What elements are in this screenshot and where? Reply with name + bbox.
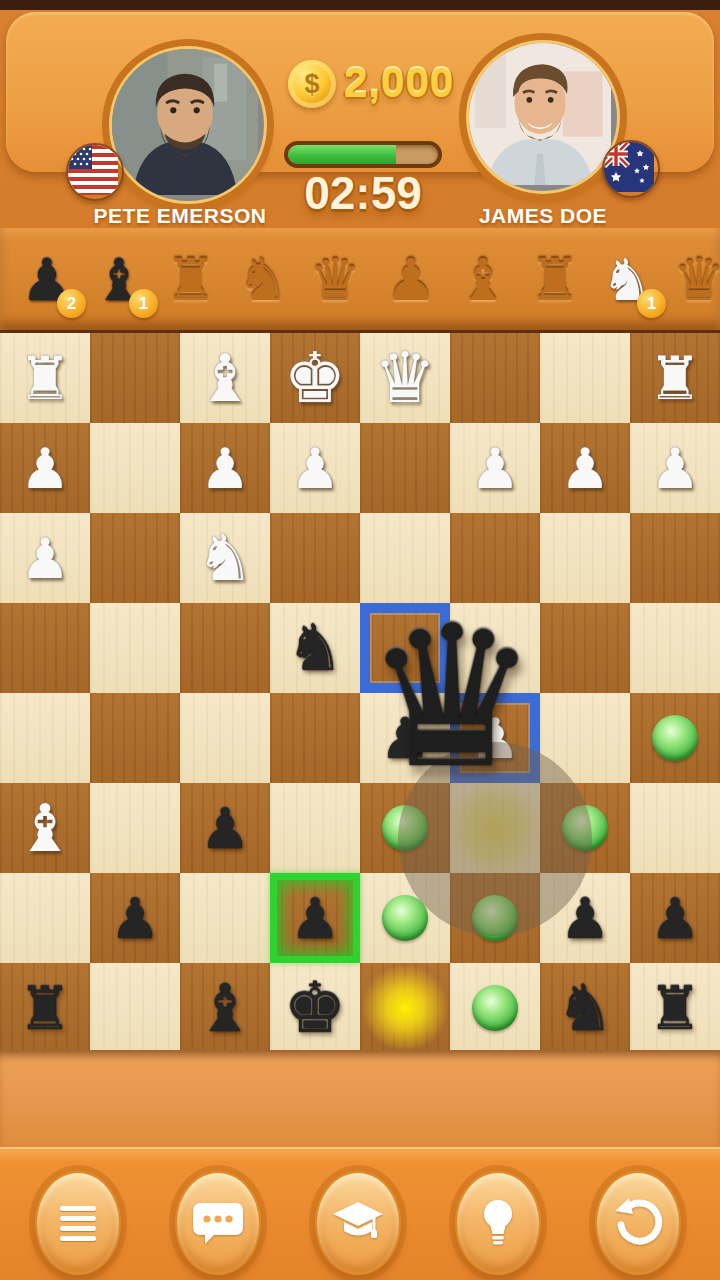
square-e6[interactable] [270,783,360,873]
right-captured-P: ♟ [380,236,442,320]
chat-button[interactable] [175,1171,261,1275]
left-avatar-photo [112,49,258,195]
square-g8[interactable] [90,963,180,1053]
square-b3[interactable] [540,513,630,603]
right-player-avatar[interactable] [466,40,620,194]
dragged-black-queen[interactable]: ♛ [365,600,540,795]
captured-count-badge: 2 [57,289,86,318]
square-a6[interactable] [630,783,720,873]
square-a4[interactable] [630,603,720,693]
square-f7[interactable] [180,873,270,963]
drag-origin-glow-d8 [360,963,450,1053]
square-g5[interactable] [90,693,180,783]
right-captured-group: ♟♝♜♞1♛ [380,236,720,320]
square-b4[interactable] [540,603,630,693]
black-knight-e4[interactable]: ♞ [270,603,360,693]
square-h7[interactable] [0,873,90,963]
left-captured-group: ♟2♝1♜♞♛ [16,236,366,320]
green-highlight-e7 [270,873,360,963]
right-captured-Q: ♛ [668,236,720,320]
square-g1[interactable] [90,333,180,423]
square-a3[interactable] [630,513,720,603]
coin-amount: 2,000 [344,58,454,108]
right-avatar-photo [469,43,611,185]
right-captured-R: ♜ [524,236,586,320]
australia-flag-icon [602,140,660,198]
black-bishop-f8[interactable]: ♝ [180,963,270,1053]
left-player-name: PETE EMERSON [30,204,330,228]
lightbulb-icon [478,1197,518,1249]
hint-button[interactable] [455,1171,541,1275]
white-pawn-h2[interactable]: ♟ [0,423,90,513]
chess-board[interactable]: ♜♝♚♛♜♟♟♟♟♟♟♟♞♟♝♞♟♟♟♟♟♟♜♞♚♝♜♛ [0,330,720,1053]
right-captured-N: ♞1 [596,236,658,320]
us-flag-icon [66,143,124,201]
captured-count-badge: 1 [637,289,666,318]
black-rook-h8[interactable]: ♜ [0,963,90,1053]
white-rook-a1[interactable]: ♜ [630,333,720,423]
graduation-cap-icon [331,1200,385,1246]
status-bar-strip [0,0,720,10]
white-pawn-b2[interactable]: ♟ [540,423,630,513]
square-g3[interactable] [90,513,180,603]
left-captured-N: ♞ [232,236,294,320]
chess-app: $ 2,000 02:59 PETE EMERSON JAMES DOE ♟2♝… [0,0,720,1280]
match-header: $ 2,000 02:59 PETE EMERSON JAMES DOE [0,10,720,228]
black-pawn-a7[interactable]: ♟ [630,873,720,963]
learn-button[interactable] [315,1171,401,1275]
timer-progress-fill [288,145,396,164]
white-queen-d1[interactable]: ♛ [360,333,450,423]
white-bishop-f1[interactable]: ♝ [180,333,270,423]
left-captured-P: ♟2 [16,236,78,320]
left-captured-Q: ♛ [304,236,366,320]
square-g4[interactable] [90,603,180,693]
right-captured-B: ♝ [452,236,514,320]
white-knight-f3[interactable]: ♞ [180,513,270,603]
white-pawn-h3[interactable]: ♟ [0,513,90,603]
black-pawn-g7[interactable]: ♟ [90,873,180,963]
captured-count-badge: 1 [129,289,158,318]
timer-progress-bar [284,141,442,168]
black-king-e8[interactable]: ♚ [270,963,360,1053]
captured-pieces-tray: ♟2♝1♜♞♛ ♟♝♜♞1♛ [0,228,720,330]
legal-move-dot-c8[interactable] [472,985,518,1031]
square-f4[interactable] [180,603,270,693]
white-pawn-c2[interactable]: ♟ [450,423,540,513]
square-f5[interactable] [180,693,270,783]
white-pawn-e2[interactable]: ♟ [270,423,360,513]
square-e3[interactable] [270,513,360,603]
black-rook-a8[interactable]: ♜ [630,963,720,1053]
menu-button[interactable] [35,1171,121,1275]
undo-icon [613,1198,663,1248]
black-knight-b8[interactable]: ♞ [540,963,630,1053]
square-g2[interactable] [90,423,180,513]
white-pawn-f2[interactable]: ♟ [180,423,270,513]
white-king-e1[interactable]: ♚ [270,333,360,423]
square-h4[interactable] [0,603,90,693]
square-d2[interactable] [360,423,450,513]
left-captured-R: ♜ [160,236,222,320]
black-pawn-f6[interactable]: ♟ [180,783,270,873]
square-b1[interactable] [540,333,630,423]
white-rook-h1[interactable]: ♜ [0,333,90,423]
coin-icon: $ [288,60,336,108]
left-captured-B: ♝1 [88,236,150,320]
bottom-toolbar [0,1147,720,1280]
white-pawn-a2[interactable]: ♟ [630,423,720,513]
square-h5[interactable] [0,693,90,783]
square-e5[interactable] [270,693,360,783]
legal-move-dot-a5[interactable] [652,715,698,761]
lower-wood-band [0,1050,720,1147]
menu-icon [60,1206,96,1241]
square-g6[interactable] [90,783,180,873]
chat-icon [192,1199,244,1247]
white-bishop-h6[interactable]: ♝ [0,783,90,873]
square-c1[interactable] [450,333,540,423]
left-player-avatar[interactable] [109,46,267,204]
right-player-name: JAMES DOE [393,204,693,228]
undo-button[interactable] [595,1171,681,1275]
